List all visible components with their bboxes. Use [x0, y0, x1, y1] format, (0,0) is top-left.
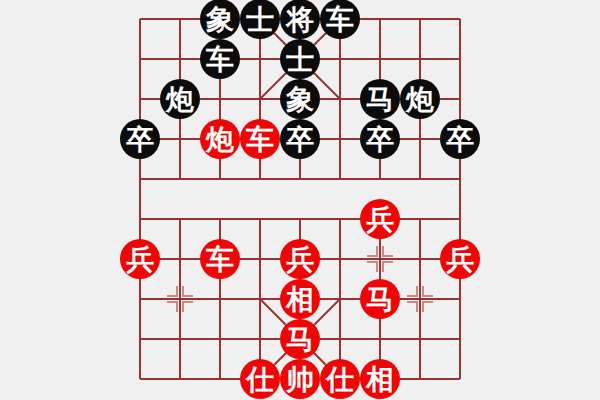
- piece-red-pawn[interactable]: 兵: [440, 239, 480, 279]
- piece-black-pawn[interactable]: 卒: [280, 119, 320, 159]
- piece-red-pawn[interactable]: 兵: [120, 239, 160, 279]
- piece-black-advisor[interactable]: 士: [240, 0, 280, 39]
- marker-corner-br: [382, 261, 393, 272]
- piece-red-pawn[interactable]: 兵: [280, 239, 320, 279]
- piece-black-advisor[interactable]: 士: [280, 39, 320, 79]
- marker-corner-tl: [407, 286, 418, 297]
- marker-corner-bl: [167, 301, 178, 312]
- piece-red-horse[interactable]: 马: [360, 279, 400, 319]
- last-move-marker: [167, 286, 193, 312]
- piece-red-king[interactable]: 帅: [280, 359, 320, 399]
- piece-red-elephant[interactable]: 相: [360, 359, 400, 399]
- piece-black-elephant[interactable]: 象: [280, 79, 320, 119]
- last-move-marker: [367, 246, 393, 272]
- marker-corner-tr: [182, 286, 193, 297]
- piece-black-elephant[interactable]: 象: [200, 0, 240, 39]
- piece-black-pawn[interactable]: 卒: [120, 119, 160, 159]
- marker-corner-br: [422, 301, 433, 312]
- marker-corner-bl: [367, 261, 378, 272]
- piece-red-pawn[interactable]: 兵: [360, 199, 400, 239]
- piece-black-horse[interactable]: 马: [360, 79, 400, 119]
- piece-black-cannon[interactable]: 炮: [160, 79, 200, 119]
- marker-corner-tl: [367, 246, 378, 257]
- piece-black-rook[interactable]: 车: [200, 39, 240, 79]
- marker-corner-tr: [422, 286, 433, 297]
- piece-red-rook[interactable]: 车: [240, 119, 280, 159]
- piece-red-advisor[interactable]: 仕: [240, 359, 280, 399]
- piece-black-rook[interactable]: 车: [320, 0, 360, 39]
- piece-black-king[interactable]: 将: [280, 0, 320, 39]
- marker-corner-bl: [407, 301, 418, 312]
- xiangqi-board-screen: 象士将车车士炮象马炮卒卒卒卒炮车兵兵车兵兵相马马仕帅仕相: [0, 0, 600, 400]
- piece-black-cannon[interactable]: 炮: [400, 79, 440, 119]
- piece-red-advisor[interactable]: 仕: [320, 359, 360, 399]
- piece-black-pawn[interactable]: 卒: [360, 119, 400, 159]
- piece-red-cannon[interactable]: 炮: [200, 119, 240, 159]
- last-move-marker: [407, 286, 433, 312]
- piece-red-horse[interactable]: 马: [280, 319, 320, 359]
- marker-corner-tl: [167, 286, 178, 297]
- piece-black-pawn[interactable]: 卒: [440, 119, 480, 159]
- piece-red-rook[interactable]: 车: [200, 239, 240, 279]
- marker-corner-br: [182, 301, 193, 312]
- piece-red-elephant[interactable]: 相: [280, 279, 320, 319]
- marker-corner-tr: [382, 246, 393, 257]
